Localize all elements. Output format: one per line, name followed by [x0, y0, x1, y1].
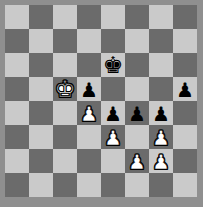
black-pawn: ♟ — [173, 77, 197, 101]
square-f2[interactable]: ♟ — [125, 149, 149, 173]
square-d1[interactable] — [77, 173, 101, 197]
square-e1[interactable] — [101, 173, 125, 197]
square-a4[interactable] — [5, 101, 29, 125]
white-pawn: ♟ — [149, 149, 173, 173]
square-f1[interactable] — [125, 173, 149, 197]
square-b1[interactable] — [29, 173, 53, 197]
square-a5[interactable] — [5, 77, 29, 101]
square-d8[interactable] — [77, 5, 101, 29]
white-king: ♚ — [53, 77, 77, 101]
square-g6[interactable] — [149, 53, 173, 77]
square-h2[interactable] — [173, 149, 197, 173]
square-f5[interactable] — [125, 77, 149, 101]
chess-diagram: ♚♚♟♟♟♟♟♟♟♟♟♟ — [0, 0, 203, 207]
square-g8[interactable] — [149, 5, 173, 29]
black-pawn: ♟ — [149, 101, 173, 125]
square-h5[interactable]: ♟ — [173, 77, 197, 101]
square-b2[interactable] — [29, 149, 53, 173]
square-g3[interactable]: ♟ — [149, 125, 173, 149]
chess-board: ♚♚♟♟♟♟♟♟♟♟♟♟ — [5, 5, 197, 197]
square-d7[interactable] — [77, 29, 101, 53]
square-f3[interactable] — [125, 125, 149, 149]
square-b8[interactable] — [29, 5, 53, 29]
square-b4[interactable] — [29, 101, 53, 125]
square-g4[interactable]: ♟ — [149, 101, 173, 125]
square-h6[interactable] — [173, 53, 197, 77]
white-pawn: ♟ — [77, 101, 101, 125]
black-pawn: ♟ — [125, 101, 149, 125]
square-a6[interactable] — [5, 53, 29, 77]
square-g7[interactable] — [149, 29, 173, 53]
square-f4[interactable]: ♟ — [125, 101, 149, 125]
square-e6[interactable]: ♚ — [101, 53, 125, 77]
square-e3[interactable]: ♟ — [101, 125, 125, 149]
square-f8[interactable] — [125, 5, 149, 29]
square-h3[interactable] — [173, 125, 197, 149]
square-g5[interactable] — [149, 77, 173, 101]
square-a8[interactable] — [5, 5, 29, 29]
square-g1[interactable] — [149, 173, 173, 197]
square-c1[interactable] — [53, 173, 77, 197]
black-king: ♚ — [101, 53, 125, 77]
square-a7[interactable] — [5, 29, 29, 53]
black-pawn: ♟ — [101, 101, 125, 125]
square-e4[interactable]: ♟ — [101, 101, 125, 125]
square-c2[interactable] — [53, 149, 77, 173]
square-f6[interactable] — [125, 53, 149, 77]
square-h1[interactable] — [173, 173, 197, 197]
square-e8[interactable] — [101, 5, 125, 29]
square-b5[interactable] — [29, 77, 53, 101]
black-pawn: ♟ — [77, 77, 101, 101]
square-d6[interactable] — [77, 53, 101, 77]
square-a2[interactable] — [5, 149, 29, 173]
square-c3[interactable] — [53, 125, 77, 149]
square-b7[interactable] — [29, 29, 53, 53]
square-h4[interactable] — [173, 101, 197, 125]
square-d2[interactable] — [77, 149, 101, 173]
white-pawn: ♟ — [125, 149, 149, 173]
square-g2[interactable]: ♟ — [149, 149, 173, 173]
white-pawn: ♟ — [101, 125, 125, 149]
square-c8[interactable] — [53, 5, 77, 29]
square-f7[interactable] — [125, 29, 149, 53]
square-e7[interactable] — [101, 29, 125, 53]
square-d3[interactable] — [77, 125, 101, 149]
square-b6[interactable] — [29, 53, 53, 77]
square-a3[interactable] — [5, 125, 29, 149]
square-h7[interactable] — [173, 29, 197, 53]
square-c7[interactable] — [53, 29, 77, 53]
square-d4[interactable]: ♟ — [77, 101, 101, 125]
square-c4[interactable] — [53, 101, 77, 125]
square-d5[interactable]: ♟ — [77, 77, 101, 101]
square-h8[interactable] — [173, 5, 197, 29]
square-a1[interactable] — [5, 173, 29, 197]
square-c6[interactable] — [53, 53, 77, 77]
square-c5[interactable]: ♚ — [53, 77, 77, 101]
square-e2[interactable] — [101, 149, 125, 173]
white-pawn: ♟ — [149, 125, 173, 149]
square-e5[interactable] — [101, 77, 125, 101]
square-b3[interactable] — [29, 125, 53, 149]
